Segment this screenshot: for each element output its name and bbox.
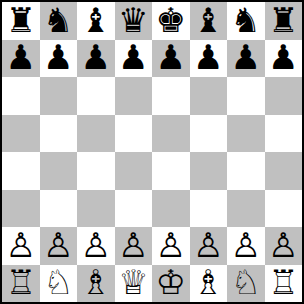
square-f4[interactable]	[190, 152, 228, 190]
square-g2[interactable]: ♙	[227, 227, 265, 265]
square-b3[interactable]	[40, 190, 78, 228]
piece-white-pawn[interactable]: ♙	[156, 228, 186, 262]
square-e8[interactable]: ♚	[152, 2, 190, 40]
square-c5[interactable]	[77, 115, 115, 153]
piece-white-rook[interactable]: ♖	[6, 265, 36, 299]
square-g6[interactable]	[227, 77, 265, 115]
square-a3[interactable]	[2, 190, 40, 228]
square-d5[interactable]	[115, 115, 153, 153]
square-b5[interactable]	[40, 115, 78, 153]
square-c2[interactable]: ♙	[77, 227, 115, 265]
square-h3[interactable]	[265, 190, 303, 228]
piece-black-knight[interactable]: ♞	[231, 3, 261, 37]
chess-board: ♜♞♝♛♚♝♞♜♟♟♟♟♟♟♟♟♙♙♙♙♙♙♙♙♖♘♗♕♔♗♘♖	[0, 0, 304, 304]
square-a8[interactable]: ♜	[2, 2, 40, 40]
piece-black-pawn[interactable]: ♟	[268, 40, 298, 74]
square-h2[interactable]: ♙	[265, 227, 303, 265]
square-g8[interactable]: ♞	[227, 2, 265, 40]
square-g1[interactable]: ♘	[227, 265, 265, 303]
piece-white-pawn[interactable]: ♙	[118, 228, 148, 262]
piece-white-pawn[interactable]: ♙	[193, 228, 223, 262]
piece-black-pawn[interactable]: ♟	[156, 40, 186, 74]
square-f1[interactable]: ♗	[190, 265, 228, 303]
piece-black-pawn[interactable]: ♟	[193, 40, 223, 74]
piece-black-bishop[interactable]: ♝	[193, 3, 223, 37]
piece-black-bishop[interactable]: ♝	[81, 3, 111, 37]
square-b7[interactable]: ♟	[40, 40, 78, 78]
square-g4[interactable]	[227, 152, 265, 190]
square-d3[interactable]	[115, 190, 153, 228]
piece-black-rook[interactable]: ♜	[268, 3, 298, 37]
square-b8[interactable]: ♞	[40, 2, 78, 40]
square-d6[interactable]	[115, 77, 153, 115]
square-a2[interactable]: ♙	[2, 227, 40, 265]
piece-white-pawn[interactable]: ♙	[268, 228, 298, 262]
piece-black-rook[interactable]: ♜	[6, 3, 36, 37]
square-e7[interactable]: ♟	[152, 40, 190, 78]
piece-white-pawn[interactable]: ♙	[231, 228, 261, 262]
square-b2[interactable]: ♙	[40, 227, 78, 265]
chess-diagram: ♜♞♝♛♚♝♞♜♟♟♟♟♟♟♟♟♙♙♙♙♙♙♙♙♖♘♗♕♔♗♘♖	[0, 0, 304, 304]
square-a5[interactable]	[2, 115, 40, 153]
piece-black-pawn[interactable]: ♟	[43, 40, 73, 74]
square-e1[interactable]: ♔	[152, 265, 190, 303]
piece-white-pawn[interactable]: ♙	[81, 228, 111, 262]
square-d7[interactable]: ♟	[115, 40, 153, 78]
piece-white-rook[interactable]: ♖	[268, 265, 298, 299]
square-h5[interactable]	[265, 115, 303, 153]
square-c7[interactable]: ♟	[77, 40, 115, 78]
square-e6[interactable]	[152, 77, 190, 115]
square-f8[interactable]: ♝	[190, 2, 228, 40]
square-c6[interactable]	[77, 77, 115, 115]
square-e5[interactable]	[152, 115, 190, 153]
square-c4[interactable]	[77, 152, 115, 190]
square-c3[interactable]	[77, 190, 115, 228]
piece-black-pawn[interactable]: ♟	[231, 40, 261, 74]
piece-white-king[interactable]: ♔	[156, 265, 186, 299]
piece-black-knight[interactable]: ♞	[43, 3, 73, 37]
square-a1[interactable]: ♖	[2, 265, 40, 303]
piece-white-knight[interactable]: ♘	[43, 265, 73, 299]
square-a7[interactable]: ♟	[2, 40, 40, 78]
piece-white-knight[interactable]: ♘	[231, 265, 261, 299]
square-d8[interactable]: ♛	[115, 2, 153, 40]
square-h4[interactable]	[265, 152, 303, 190]
piece-white-bishop[interactable]: ♗	[81, 265, 111, 299]
square-f6[interactable]	[190, 77, 228, 115]
square-e2[interactable]: ♙	[152, 227, 190, 265]
square-h8[interactable]: ♜	[265, 2, 303, 40]
piece-black-pawn[interactable]: ♟	[81, 40, 111, 74]
piece-black-pawn[interactable]: ♟	[6, 40, 36, 74]
piece-white-pawn[interactable]: ♙	[6, 228, 36, 262]
square-g5[interactable]	[227, 115, 265, 153]
square-d1[interactable]: ♕	[115, 265, 153, 303]
square-e3[interactable]	[152, 190, 190, 228]
square-c1[interactable]: ♗	[77, 265, 115, 303]
piece-black-king[interactable]: ♚	[156, 3, 186, 37]
square-a6[interactable]	[2, 77, 40, 115]
square-b1[interactable]: ♘	[40, 265, 78, 303]
square-h7[interactable]: ♟	[265, 40, 303, 78]
square-g3[interactable]	[227, 190, 265, 228]
square-f3[interactable]	[190, 190, 228, 228]
square-g7[interactable]: ♟	[227, 40, 265, 78]
square-b6[interactable]	[40, 77, 78, 115]
square-b4[interactable]	[40, 152, 78, 190]
square-a4[interactable]	[2, 152, 40, 190]
piece-black-pawn[interactable]: ♟	[118, 40, 148, 74]
square-f5[interactable]	[190, 115, 228, 153]
square-h1[interactable]: ♖	[265, 265, 303, 303]
square-f7[interactable]: ♟	[190, 40, 228, 78]
piece-white-queen[interactable]: ♕	[118, 265, 148, 299]
piece-white-pawn[interactable]: ♙	[43, 228, 73, 262]
square-d2[interactable]: ♙	[115, 227, 153, 265]
square-f2[interactable]: ♙	[190, 227, 228, 265]
square-c8[interactable]: ♝	[77, 2, 115, 40]
piece-white-bishop[interactable]: ♗	[193, 265, 223, 299]
square-e4[interactable]	[152, 152, 190, 190]
square-h6[interactable]	[265, 77, 303, 115]
square-d4[interactable]	[115, 152, 153, 190]
piece-black-queen[interactable]: ♛	[118, 3, 148, 37]
